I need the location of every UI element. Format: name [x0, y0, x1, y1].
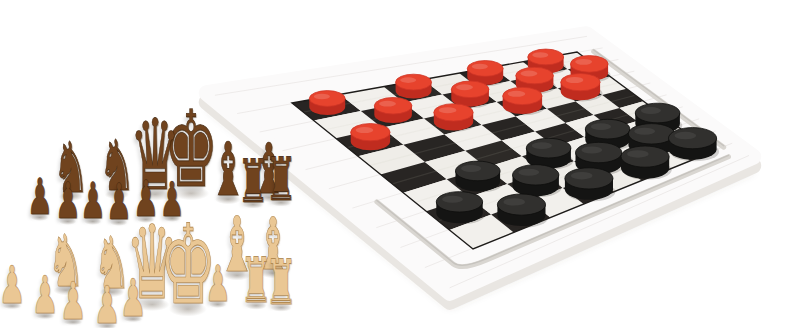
checker-highlight [520, 71, 537, 77]
checker-highlight [400, 77, 416, 83]
checker-piece-black[interactable] [455, 161, 502, 192]
checker-highlight [379, 101, 396, 107]
checker-highlight [634, 128, 655, 135]
chess-piece-light-pawn[interactable]: ♟ [119, 272, 146, 324]
chess-piece-dark-rook[interactable]: ♜ [265, 149, 296, 209]
checker-highlight [571, 172, 593, 179]
checker-highlight [503, 198, 525, 205]
chess-piece-light-pawn[interactable]: ♟ [0, 259, 26, 311]
chess-piece-light-rook[interactable]: ♜ [265, 252, 297, 314]
checker-piece-black[interactable] [513, 165, 562, 198]
checker-highlight [627, 150, 649, 157]
checker-piece-red[interactable] [561, 73, 603, 101]
checker-highlight [442, 196, 463, 203]
checker-piece-black[interactable] [669, 128, 720, 162]
checker-piece-red[interactable] [434, 104, 476, 132]
checker-piece-black[interactable] [497, 194, 548, 228]
checker-highlight [591, 123, 611, 130]
chess-piece-dark-pawn[interactable]: ♟ [27, 172, 53, 222]
checker-piece-red[interactable] [309, 91, 347, 117]
checker-piece-black[interactable] [565, 168, 616, 202]
checker-highlight [575, 59, 592, 65]
checker-piece-red[interactable] [374, 97, 414, 124]
chess-piece-light-pawn[interactable]: ♟ [31, 269, 58, 321]
checker-piece-red[interactable] [396, 74, 434, 100]
checker-highlight [461, 165, 481, 172]
checker-highlight [532, 142, 552, 149]
chess-piece-light-pawn[interactable]: ♟ [93, 279, 120, 328]
checker-highlight [472, 64, 488, 70]
checker-highlight [356, 127, 374, 133]
checker-highlight [675, 132, 697, 139]
checker-highlight [641, 107, 661, 114]
checker-highlight [456, 84, 473, 90]
checker-highlight [532, 52, 548, 58]
checker-highlight [314, 94, 330, 100]
chess-piece-light-pawn[interactable]: ♟ [59, 275, 86, 327]
product-photo-scene: ♞♚♛♞♝♝♜♜♟♟♟♟♟♟♝♝♞♞♟♟♛♜♜♚♟♟♟♟ [0, 0, 800, 328]
checker-highlight [508, 91, 526, 97]
checker-piece-black[interactable] [621, 146, 672, 180]
checker-piece-red[interactable] [503, 87, 545, 115]
chess-piece-light-king[interactable]: ♚ [159, 210, 216, 320]
checker-highlight [566, 77, 584, 83]
checker-highlight [518, 169, 539, 176]
checker-piece-black[interactable] [436, 192, 485, 225]
checker-highlight [439, 107, 457, 113]
checker-highlight [581, 146, 602, 153]
checker-piece-red[interactable] [351, 124, 393, 152]
